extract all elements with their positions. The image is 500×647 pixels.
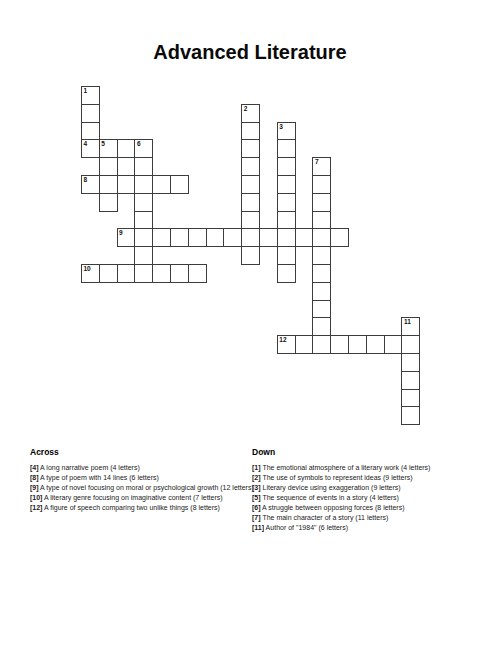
across-clue-text: A literary genre focusing on imaginative… [42, 494, 222, 501]
across-clue-number: [4] [30, 464, 39, 471]
across-clue-text: A type of novel focusing on moral or psy… [39, 484, 254, 491]
down-clue-number: [7] [252, 514, 261, 521]
cell-number-1: 1 [84, 87, 88, 94]
cell-number-4: 4 [84, 140, 88, 147]
down-clue-number: [11] [252, 524, 264, 531]
grid-cell-r8c11[interactable] [277, 228, 296, 247]
grid-cell-r6c9[interactable] [241, 193, 260, 212]
across-clue-text: A long narrative poem (4 letters) [39, 464, 140, 471]
grid-cell-r2c9[interactable] [241, 122, 260, 141]
cell-number-2: 2 [244, 105, 248, 112]
grid-cell-r5c2[interactable] [117, 175, 136, 194]
grid-cell-r10c5[interactable] [170, 264, 189, 283]
grid-cell-r6c1[interactable] [99, 193, 118, 212]
grid-cell-r7c3[interactable] [134, 211, 153, 230]
grid-cell-r8c8[interactable] [223, 228, 242, 247]
cell-number-5: 5 [101, 140, 105, 147]
down-clue-item-1: [1] The emotional atmosphere of a litera… [252, 463, 476, 473]
grid-cell-r8c12[interactable] [295, 228, 314, 247]
grid-cell-r12c13[interactable] [312, 300, 331, 319]
grid-cell-r3c3[interactable]: 6 [134, 139, 153, 158]
grid-cell-r4c1[interactable] [99, 157, 118, 176]
grid-cell-r8c2[interactable]: 9 [117, 228, 136, 247]
across-clue-text: A type of poem with 14 lines (6 letters) [39, 474, 159, 481]
grid-cell-r8c7[interactable] [206, 228, 225, 247]
down-clue-text: The emotional atmosphere of a literary w… [261, 464, 431, 471]
grid-cell-r8c5[interactable] [170, 228, 189, 247]
down-clue-list: [1] The emotional atmosphere of a litera… [252, 463, 476, 533]
grid-cell-r7c13[interactable] [312, 211, 331, 230]
cell-number-3: 3 [279, 123, 283, 130]
cell-number-7: 7 [315, 158, 319, 165]
grid-cell-r13c13[interactable] [312, 317, 331, 336]
grid-cell-r3c11[interactable] [277, 139, 296, 158]
down-clue-text: The main character of a story (11 letter… [261, 514, 389, 521]
grid-cell-r10c11[interactable] [277, 264, 296, 283]
grid-cell-r10c3[interactable] [134, 264, 153, 283]
down-clue-number: [2] [252, 474, 261, 481]
grid-cell-r5c13[interactable] [312, 175, 331, 194]
grid-cell-r10c4[interactable] [152, 264, 171, 283]
grid-cell-r5c1[interactable] [99, 175, 118, 194]
across-clue-item-12: [12] A figure of speech comparing two un… [30, 503, 254, 513]
across-clue-text: A figure of speech comparing two unlike … [42, 504, 219, 511]
down-clue-item-3: [3] Literary device using exaggeration (… [252, 483, 476, 493]
grid-cell-r9c11[interactable] [277, 246, 296, 265]
grid-cell-r5c5[interactable] [170, 175, 189, 194]
grid-cell-r14c16[interactable] [366, 335, 385, 354]
down-clue-number: [6] [252, 504, 261, 511]
grid-cell-r8c14[interactable] [330, 228, 349, 247]
grid-cell-r3c2[interactable] [117, 139, 136, 158]
down-clue-item-6: [6] A struggle between opposing forces (… [252, 503, 476, 513]
grid-cell-r5c4[interactable] [152, 175, 171, 194]
down-header: Down [252, 447, 476, 457]
across-clue-number: [9] [30, 484, 39, 491]
across-clue-item-8: [8] A type of poem with 14 lines (6 lett… [30, 473, 254, 483]
grid-cell-r3c0[interactable]: 4 [81, 139, 100, 158]
grid-cell-r14c14[interactable] [330, 335, 349, 354]
grid-cell-r2c11[interactable]: 3 [277, 122, 296, 141]
grid-cell-r5c9[interactable] [241, 175, 260, 194]
across-clue-number: [8] [30, 474, 39, 481]
grid-cell-r1c9[interactable]: 2 [241, 104, 260, 123]
grid-cell-r10c0[interactable]: 10 [81, 264, 100, 283]
grid-cell-r2c0[interactable] [81, 122, 100, 141]
grid-cell-r10c2[interactable] [117, 264, 136, 283]
down-clue-item-11: [11] Author of "1984" (6 letters) [252, 523, 476, 533]
grid-cell-r8c4[interactable] [152, 228, 171, 247]
down-clue-number: [1] [252, 464, 261, 471]
crossword-grid: 123456789101112 [81, 86, 420, 425]
grid-cell-r10c6[interactable] [188, 264, 207, 283]
grid-cell-r6c11[interactable] [277, 193, 296, 212]
grid-cell-r11c13[interactable] [312, 282, 331, 301]
grid-cell-r18c18[interactable] [401, 406, 420, 425]
grid-cell-r8c13[interactable] [312, 228, 331, 247]
down-clue-text: Literary device using exaggeration (9 le… [261, 484, 401, 491]
grid-cell-r14c13[interactable] [312, 335, 331, 354]
cell-number-10: 10 [84, 265, 91, 272]
down-clue-number: [5] [252, 494, 261, 501]
across-clues-section: Across [4] A long narrative poem (4 lett… [30, 447, 254, 513]
grid-cell-r4c9[interactable] [241, 157, 260, 176]
grid-cell-r14c17[interactable] [384, 335, 403, 354]
grid-cell-r14c18[interactable] [401, 335, 420, 354]
down-clue-item-2: [2] The use of symbols to represent idea… [252, 473, 476, 483]
grid-cell-r8c6[interactable] [188, 228, 207, 247]
page-title: Advanced Literature [0, 41, 500, 64]
grid-cell-r5c0[interactable]: 8 [81, 175, 100, 194]
grid-cell-r8c9[interactable] [241, 228, 260, 247]
grid-cell-r4c11[interactable] [277, 157, 296, 176]
grid-cell-r9c9[interactable] [241, 246, 260, 265]
grid-cell-r3c9[interactable] [241, 139, 260, 158]
across-header: Across [30, 447, 254, 457]
across-clue-item-9: [9] A type of novel focusing on moral or… [30, 483, 254, 493]
grid-cell-r10c13[interactable] [312, 264, 331, 283]
down-clue-text: The sequence of events in a story (4 let… [261, 494, 399, 501]
grid-cell-r4c3[interactable] [134, 157, 153, 176]
crossword-page: Advanced Literature 123456789101112 Acro… [0, 0, 500, 647]
grid-cell-r0c0[interactable]: 1 [81, 86, 100, 105]
down-clue-text: A struggle between opposing forces (8 le… [261, 504, 405, 511]
grid-cell-r5c11[interactable] [277, 175, 296, 194]
across-clue-number: [10] [30, 494, 42, 501]
down-clue-item-7: [7] The main character of a story (11 le… [252, 513, 476, 523]
cell-number-11: 11 [404, 318, 411, 325]
grid-cell-r9c3[interactable] [134, 246, 153, 265]
grid-cell-r8c10[interactable] [259, 228, 278, 247]
grid-cell-r14c11[interactable]: 12 [277, 335, 296, 354]
grid-cell-r17c18[interactable] [401, 389, 420, 408]
cell-number-6: 6 [137, 140, 141, 147]
down-clue-number: [3] [252, 484, 261, 491]
down-clue-text: The use of symbols to represent ideas (9… [261, 474, 413, 481]
grid-cell-r14c15[interactable] [348, 335, 367, 354]
grid-cell-r13c18[interactable]: 11 [401, 317, 420, 336]
across-clue-item-4: [4] A long narrative poem (4 letters) [30, 463, 254, 473]
grid-cell-r6c13[interactable] [312, 193, 331, 212]
grid-cell-r9c13[interactable] [312, 246, 331, 265]
grid-cell-r14c12[interactable] [295, 335, 314, 354]
down-clue-item-5: [5] The sequence of events in a story (4… [252, 493, 476, 503]
down-clues-section: Down [1] The emotional atmosphere of a l… [252, 447, 476, 533]
across-clue-list: [4] A long narrative poem (4 letters)[8]… [30, 463, 254, 513]
grid-cell-r8c3[interactable] [134, 228, 153, 247]
grid-cell-r5c3[interactable] [134, 175, 153, 194]
grid-cell-r10c1[interactable] [99, 264, 118, 283]
across-clue-item-10: [10] A literary genre focusing on imagin… [30, 493, 254, 503]
across-clue-number: [12] [30, 504, 42, 511]
grid-cell-r1c0[interactable] [81, 104, 100, 123]
cell-number-9: 9 [119, 229, 123, 236]
grid-cell-r7c9[interactable] [241, 211, 260, 230]
grid-cell-r15c18[interactable] [401, 353, 420, 372]
cell-number-8: 8 [84, 176, 88, 183]
grid-cell-r4c13[interactable]: 7 [312, 157, 331, 176]
cell-number-12: 12 [279, 336, 286, 343]
grid-cell-r7c11[interactable] [277, 211, 296, 230]
grid-cell-r6c3[interactable] [134, 193, 153, 212]
grid-cell-r16c18[interactable] [401, 371, 420, 390]
grid-cell-r3c1[interactable]: 5 [99, 139, 118, 158]
down-clue-text: Author of "1984" (6 letters) [264, 524, 348, 531]
